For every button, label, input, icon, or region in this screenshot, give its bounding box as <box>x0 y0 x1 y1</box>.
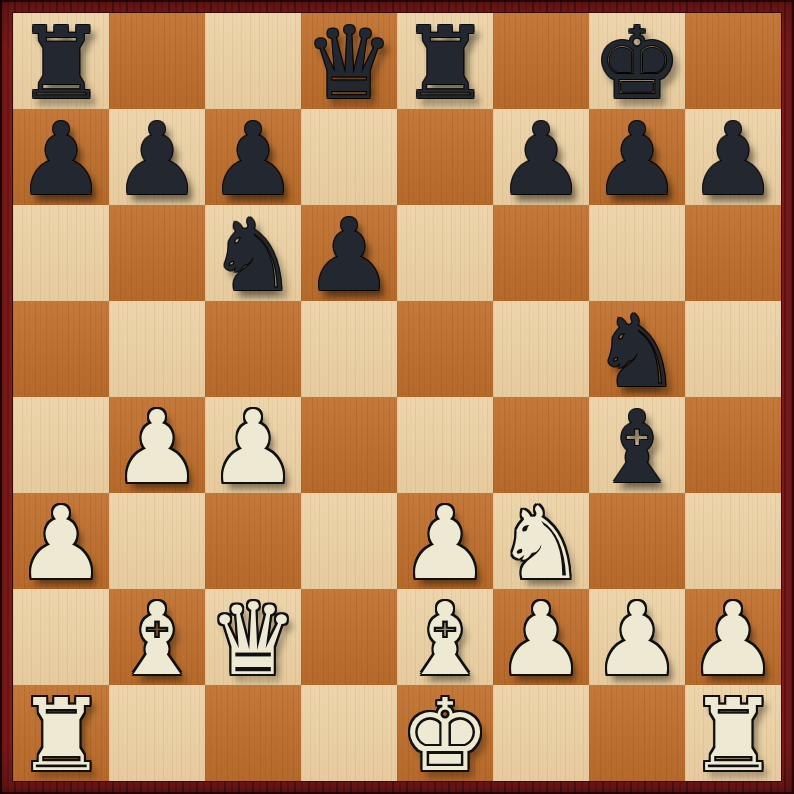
black-pawn-icon: ♟ <box>592 110 682 210</box>
black-rook-icon: ♜ <box>400 14 490 114</box>
white-king-icon: ♚ <box>400 686 490 786</box>
black-rook-icon: ♜ <box>16 14 106 114</box>
black-pawn-icon: ♟ <box>112 110 202 210</box>
square-c3[interactable] <box>205 493 301 589</box>
square-b3[interactable] <box>109 493 205 589</box>
square-c2[interactable]: ♛ <box>205 589 301 685</box>
square-f3[interactable]: ♞ <box>493 493 589 589</box>
square-h8[interactable] <box>685 13 781 109</box>
white-rook-icon: ♜ <box>16 686 106 786</box>
square-c8[interactable] <box>205 13 301 109</box>
black-pawn-icon: ♟ <box>688 110 778 210</box>
square-d1[interactable] <box>301 685 397 781</box>
square-a6[interactable] <box>13 205 109 301</box>
square-a1[interactable]: ♜ <box>13 685 109 781</box>
white-bishop-icon: ♝ <box>400 590 490 690</box>
square-h7[interactable]: ♟ <box>685 109 781 205</box>
white-pawn-icon: ♟ <box>688 590 778 690</box>
white-pawn-icon: ♟ <box>496 590 586 690</box>
square-f1[interactable] <box>493 685 589 781</box>
white-rook-icon: ♜ <box>688 686 778 786</box>
black-knight-icon: ♞ <box>592 302 682 402</box>
white-queen-icon: ♛ <box>208 590 298 690</box>
square-h1[interactable]: ♜ <box>685 685 781 781</box>
square-g7[interactable]: ♟ <box>589 109 685 205</box>
square-h6[interactable] <box>685 205 781 301</box>
square-f2[interactable]: ♟ <box>493 589 589 685</box>
square-b5[interactable] <box>109 301 205 397</box>
square-e5[interactable] <box>397 301 493 397</box>
square-b8[interactable] <box>109 13 205 109</box>
black-pawn-icon: ♟ <box>304 206 394 306</box>
square-g4[interactable]: ♝ <box>589 397 685 493</box>
square-a7[interactable]: ♟ <box>13 109 109 205</box>
square-g5[interactable]: ♞ <box>589 301 685 397</box>
square-e1[interactable]: ♚ <box>397 685 493 781</box>
square-g3[interactable] <box>589 493 685 589</box>
square-d6[interactable]: ♟ <box>301 205 397 301</box>
square-d8[interactable]: ♛ <box>301 13 397 109</box>
black-bishop-icon: ♝ <box>592 398 682 498</box>
square-d5[interactable] <box>301 301 397 397</box>
square-e7[interactable] <box>397 109 493 205</box>
square-f6[interactable] <box>493 205 589 301</box>
square-b1[interactable] <box>109 685 205 781</box>
square-a5[interactable] <box>13 301 109 397</box>
square-e8[interactable]: ♜ <box>397 13 493 109</box>
square-b7[interactable]: ♟ <box>109 109 205 205</box>
square-g8[interactable]: ♚ <box>589 13 685 109</box>
square-d7[interactable] <box>301 109 397 205</box>
square-f4[interactable] <box>493 397 589 493</box>
square-c7[interactable]: ♟ <box>205 109 301 205</box>
white-bishop-icon: ♝ <box>112 590 202 690</box>
square-c6[interactable]: ♞ <box>205 205 301 301</box>
square-d3[interactable] <box>301 493 397 589</box>
square-a2[interactable] <box>13 589 109 685</box>
square-d4[interactable] <box>301 397 397 493</box>
square-f8[interactable] <box>493 13 589 109</box>
square-g2[interactable]: ♟ <box>589 589 685 685</box>
white-pawn-icon: ♟ <box>592 590 682 690</box>
square-a4[interactable] <box>13 397 109 493</box>
square-e6[interactable] <box>397 205 493 301</box>
white-pawn-icon: ♟ <box>400 494 490 594</box>
square-c5[interactable] <box>205 301 301 397</box>
black-pawn-icon: ♟ <box>208 110 298 210</box>
white-knight-icon: ♞ <box>496 494 586 594</box>
square-b2[interactable]: ♝ <box>109 589 205 685</box>
board-frame: ♜♛♜♚♟♟♟♟♟♟♞♟♞♟♟♝♟♟♞♝♛♝♟♟♟♜♚♜ <box>0 0 794 794</box>
black-king-icon: ♚ <box>592 14 682 114</box>
square-d2[interactable] <box>301 589 397 685</box>
square-b4[interactable]: ♟ <box>109 397 205 493</box>
square-a8[interactable]: ♜ <box>13 13 109 109</box>
black-queen-icon: ♛ <box>304 14 394 114</box>
square-c1[interactable] <box>205 685 301 781</box>
black-pawn-icon: ♟ <box>496 110 586 210</box>
white-pawn-icon: ♟ <box>208 398 298 498</box>
black-pawn-icon: ♟ <box>16 110 106 210</box>
square-f5[interactable] <box>493 301 589 397</box>
square-a3[interactable]: ♟ <box>13 493 109 589</box>
black-knight-icon: ♞ <box>208 206 298 306</box>
square-g1[interactable] <box>589 685 685 781</box>
square-h3[interactable] <box>685 493 781 589</box>
square-e4[interactable] <box>397 397 493 493</box>
square-h2[interactable]: ♟ <box>685 589 781 685</box>
white-pawn-icon: ♟ <box>112 398 202 498</box>
square-h4[interactable] <box>685 397 781 493</box>
square-f7[interactable]: ♟ <box>493 109 589 205</box>
chess-board: ♜♛♜♚♟♟♟♟♟♟♞♟♞♟♟♝♟♟♞♝♛♝♟♟♟♜♚♜ <box>13 13 781 781</box>
square-e3[interactable]: ♟ <box>397 493 493 589</box>
square-e2[interactable]: ♝ <box>397 589 493 685</box>
square-h5[interactable] <box>685 301 781 397</box>
square-g6[interactable] <box>589 205 685 301</box>
square-c4[interactable]: ♟ <box>205 397 301 493</box>
square-b6[interactable] <box>109 205 205 301</box>
white-pawn-icon: ♟ <box>16 494 106 594</box>
